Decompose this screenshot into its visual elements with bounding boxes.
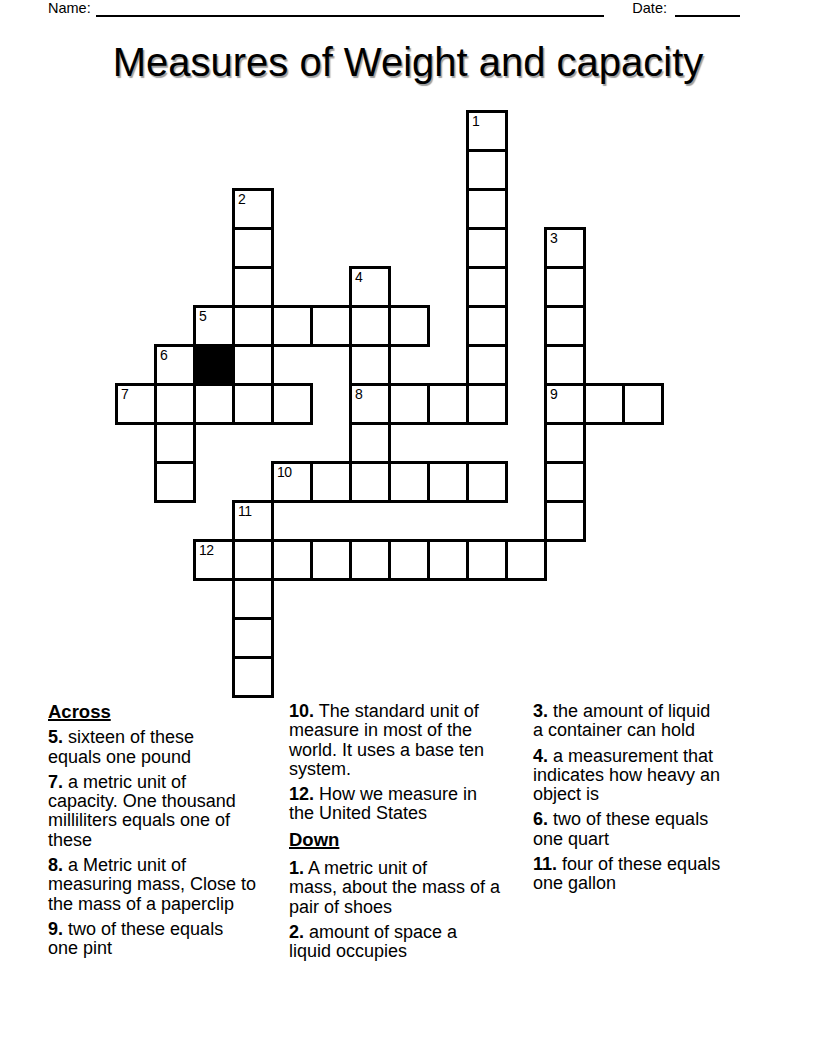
date-label: Date: [632, 0, 667, 17]
grid-cell-r5c3[interactable] [232, 305, 274, 347]
clue-number-label: 7. [48, 772, 63, 792]
clue-5-across: 5. sixteen of these equals one pound [48, 728, 288, 767]
grid-cell-r3c11[interactable]: 3 [544, 227, 586, 269]
grid-cell-r11c5[interactable] [310, 539, 352, 581]
down-heading: Down [289, 830, 535, 849]
clue-text: amount of space a liquid occupies [289, 922, 457, 961]
grid-cell-r12c3[interactable] [232, 578, 274, 620]
grid-cell-r7c7[interactable] [388, 383, 430, 425]
grid-cell-r7c8[interactable] [427, 383, 469, 425]
grid-cell-r14c3[interactable] [232, 656, 274, 698]
clue-number-label: 5. [48, 727, 63, 747]
clue-10-across: 10. The standard unit of measure in most… [289, 702, 535, 779]
clue-7-across: 7. a metric unit of capacity. One thousa… [48, 773, 288, 850]
clue-text: A metric unit of mass, about the mass of… [289, 858, 500, 917]
clue-1-down: 1. A metric unit of mass, about the mass… [289, 859, 535, 917]
grid-cell-r2c9[interactable] [466, 188, 508, 230]
clue-number-2: 2 [238, 192, 245, 206]
grid-cell-r7c4[interactable] [271, 383, 313, 425]
clues-column-2: 10. The standard unit of measure in most… [289, 702, 535, 968]
clue-number-label: 11. [533, 854, 557, 874]
grid-cell-r5c2[interactable]: 5 [193, 305, 235, 347]
grid-cell-r7c13[interactable] [622, 383, 664, 425]
clue-number-8: 8 [355, 387, 362, 401]
grid-cell-r0c9[interactable]: 1 [466, 110, 508, 152]
page-title: Measures of Weight and capacity [0, 40, 816, 84]
grid-cell-r7c3[interactable] [232, 383, 274, 425]
grid-cell-r9c9[interactable] [466, 461, 508, 503]
grid-cell-r3c3[interactable] [232, 227, 274, 269]
grid-cell-r5c7[interactable] [388, 305, 430, 347]
clue-text: sixteen of these equals one pound [48, 727, 194, 766]
clue-number-12: 12 [199, 543, 214, 557]
clue-text: two of these equals one pint [48, 919, 223, 958]
grid-cell-r6c11[interactable] [544, 344, 586, 386]
grid-cell-r7c1[interactable] [154, 383, 196, 425]
grid-cell-r11c2[interactable]: 12 [193, 539, 235, 581]
grid-cell-r6c3[interactable] [232, 344, 274, 386]
clues-column-1: Across5. sixteen of these equals one pou… [48, 702, 288, 965]
grid-cell-r11c8[interactable] [427, 539, 469, 581]
clue-text: a Metric unit of measuring mass, Close t… [48, 855, 256, 914]
clue-number-4: 4 [355, 270, 362, 284]
clue-number-label: 6. [533, 809, 548, 829]
clue-text: the amount of liquid a container can hol… [533, 701, 710, 740]
clue-number-label: 4. [533, 746, 548, 766]
grid-cell-r11c9[interactable] [466, 539, 508, 581]
clue-number-3: 3 [550, 231, 557, 245]
grid-cell-r5c4[interactable] [271, 305, 313, 347]
clue-11-down: 11. four of these equals one gallon [533, 855, 813, 894]
grid-cell-r5c6[interactable] [349, 305, 391, 347]
grid-cell-r11c10[interactable] [505, 539, 547, 581]
grid-cell-r7c6[interactable]: 8 [349, 383, 391, 425]
grid-cell-r4c11[interactable] [544, 266, 586, 308]
grid-cell-r4c9[interactable] [466, 266, 508, 308]
across-heading: Across [48, 702, 288, 721]
name-date-row: Name: Date: [48, 0, 740, 17]
grid-cell-r6c6[interactable] [349, 344, 391, 386]
clue-number-10: 10 [277, 465, 292, 479]
grid-cell-r7c12[interactable] [583, 383, 625, 425]
clue-6-down: 6. two of these equals one quart [533, 810, 813, 849]
clue-number-label: 2. [289, 922, 304, 942]
clue-12-across: 12. How we measure in the United States [289, 785, 535, 824]
clue-number-label: 9. [48, 919, 63, 939]
clue-number-7: 7 [121, 387, 128, 401]
grid-cell-r5c11[interactable] [544, 305, 586, 347]
crossword-grid: 123456789101112 [115, 110, 664, 698]
grid-cell-r8c1[interactable] [154, 422, 196, 464]
clue-number-5: 5 [199, 309, 206, 323]
grid-cell-r11c3[interactable] [232, 539, 274, 581]
grid-cell-r1c9[interactable] [466, 149, 508, 191]
clue-number-label: 10. [289, 701, 314, 721]
grid-cell-r11c7[interactable] [388, 539, 430, 581]
grid-cell-r5c9[interactable] [466, 305, 508, 347]
clue-4-down: 4. a measurement that indicates how heav… [533, 747, 813, 805]
grid-cell-r6c9[interactable] [466, 344, 508, 386]
grid-cell-r6c1[interactable]: 6 [154, 344, 196, 386]
grid-cell-r7c0[interactable]: 7 [115, 383, 157, 425]
grid-cell-r9c4[interactable]: 10 [271, 461, 313, 503]
clue-2-down: 2. amount of space a liquid occupies [289, 923, 535, 962]
name-label: Name: [48, 0, 91, 17]
grid-cell-r4c3[interactable] [232, 266, 274, 308]
grid-cell-r11c4[interactable] [271, 539, 313, 581]
grid-cell-r7c11[interactable]: 9 [544, 383, 586, 425]
date-input-line[interactable] [675, 14, 740, 17]
grid-cell-r7c2[interactable] [193, 383, 235, 425]
clue-number-1: 1 [472, 114, 479, 128]
blocked-cell-r6c2 [193, 344, 235, 386]
clue-text: The standard unit of measure in most of … [289, 701, 484, 779]
clue-number-label: 12. [289, 784, 314, 804]
grid-cell-r9c6[interactable] [349, 461, 391, 503]
clue-number-9: 9 [550, 387, 557, 401]
grid-cell-r9c11[interactable] [544, 461, 586, 503]
grid-cell-r9c8[interactable] [427, 461, 469, 503]
grid-cell-r9c5[interactable] [310, 461, 352, 503]
clue-text: two of these equals one quart [533, 809, 708, 848]
grid-cell-r11c6[interactable] [349, 539, 391, 581]
clue-text: a measurement that indicates how heavy a… [533, 746, 720, 805]
grid-cell-r4c6[interactable]: 4 [349, 266, 391, 308]
clue-text: a metric unit of capacity. One thousand … [48, 772, 236, 850]
grid-cell-r13c3[interactable] [232, 617, 274, 659]
clue-number-6: 6 [160, 348, 167, 362]
clue-8-across: 8. a Metric unit of measuring mass, Clos… [48, 856, 288, 914]
name-input-line[interactable] [96, 14, 605, 17]
clue-number-label: 8. [48, 855, 63, 875]
clue-number-label: 1. [289, 858, 304, 878]
grid-cell-r8c11[interactable] [544, 422, 586, 464]
clues-column-3: 3. the amount of liquid a container can … [533, 702, 813, 900]
clue-9-across: 9. two of these equals one pint [48, 920, 288, 959]
grid-cell-r10c3[interactable]: 11 [232, 500, 274, 542]
grid-cell-r10c11[interactable] [544, 500, 586, 542]
clue-text: How we measure in the United States [289, 784, 477, 823]
clue-number-label: 3. [533, 701, 548, 721]
grid-cell-r5c5[interactable] [310, 305, 352, 347]
grid-cell-r9c1[interactable] [154, 461, 196, 503]
grid-cell-r9c7[interactable] [388, 461, 430, 503]
clue-3-down: 3. the amount of liquid a container can … [533, 702, 813, 741]
clue-text: four of these equals one gallon [533, 854, 720, 893]
grid-cell-r8c6[interactable] [349, 422, 391, 464]
grid-cell-r3c9[interactable] [466, 227, 508, 269]
grid-cell-r2c3[interactable]: 2 [232, 188, 274, 230]
grid-cell-r7c9[interactable] [466, 383, 508, 425]
clue-number-11: 11 [238, 504, 252, 518]
